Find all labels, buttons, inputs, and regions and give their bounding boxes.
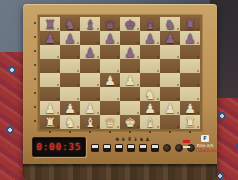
square-c3[interactable]: [80, 87, 100, 101]
square-g6[interactable]: [160, 45, 180, 59]
square-e4[interactable]: ♟: [120, 73, 140, 87]
file-led-a: [49, 131, 51, 133]
square-c6[interactable]: ♟: [80, 45, 100, 59]
brand-logo: F Elite A/S Challenger: [195, 135, 215, 159]
square-e8[interactable]: ♚: [120, 17, 140, 31]
square-e1[interactable]: ♚: [120, 115, 140, 129]
square-b2[interactable]: ♟: [60, 101, 80, 115]
logo-mark-icon: F: [201, 135, 209, 142]
square-e7[interactable]: [120, 31, 140, 45]
black-p-piece-b7: ♟: [64, 32, 76, 45]
black-k-piece-e8: ♚: [124, 18, 136, 31]
square-f3[interactable]: ♞: [140, 87, 160, 101]
black-n-piece-g8: ♞: [164, 18, 176, 31]
black-q-piece-d8: ♛: [104, 18, 116, 31]
led-clock-display: 0:00:35: [32, 137, 86, 157]
square-a8[interactable]: ♜: [40, 17, 60, 31]
chess-board: ♜♞♝♛♚♝♞♜♟♟♟♟♟♟♟♟♟♟♞♟♟♟♟♟♟♜♞♝♛♚♝♜: [40, 17, 200, 129]
square-b3[interactable]: [60, 87, 80, 101]
piece-key-4[interactable]: [127, 144, 135, 152]
black-n-piece-b8: ♞: [64, 18, 76, 31]
rank-led-7: [34, 36, 36, 38]
white-p-piece-b2: ♟: [64, 102, 76, 115]
square-c7[interactable]: [80, 31, 100, 45]
white-p-piece-c2: ♟: [84, 102, 96, 115]
black-b-piece-f8: ♝: [144, 18, 156, 31]
file-led-g: [169, 131, 171, 133]
square-c5[interactable]: [80, 59, 100, 73]
white-p-piece-h2: ♟: [184, 102, 196, 115]
square-d3[interactable]: [100, 87, 120, 101]
square-f5[interactable]: [140, 59, 160, 73]
file-led-d: [109, 131, 111, 133]
logo-name-text: Challenger: [195, 148, 215, 153]
black-p-piece-g7: ♟: [164, 32, 176, 45]
piece-key-1[interactable]: [91, 144, 99, 152]
clock-digits: 0:00:35: [37, 142, 82, 152]
rank-led-8: [34, 22, 36, 24]
square-f6[interactable]: [140, 45, 160, 59]
square-e3[interactable]: [120, 87, 140, 101]
square-g3[interactable]: [160, 87, 180, 101]
file-led-e: [129, 131, 131, 133]
square-h2[interactable]: ♟: [180, 101, 200, 115]
option-keys: ♚ ♛ ♜ ♝ ♞ ♟: [91, 136, 183, 158]
status-led-red: [183, 140, 190, 143]
file-led-h: [189, 131, 191, 133]
square-h3[interactable]: [180, 87, 200, 101]
photo-scene: ♜♞♝♛♚♝♞♜♟♟♟♟♟♟♟♟♟♟♞♟♟♟♟♟♟♜♞♝♛♚♝♜ 0:00:35…: [0, 0, 238, 180]
square-b1[interactable]: ♞: [60, 115, 80, 129]
key-row: [91, 144, 195, 152]
white-r-piece-a1: ♜: [44, 116, 56, 129]
square-d4[interactable]: ♟: [100, 73, 120, 87]
rank-led-1: [34, 120, 36, 122]
square-d1[interactable]: ♛: [100, 115, 120, 129]
black-p-piece-d7: ♟: [104, 32, 116, 45]
white-q-piece-d1: ♛: [104, 116, 116, 129]
square-c2[interactable]: ♟: [80, 101, 100, 115]
rank-led-2: [34, 106, 36, 108]
piece-key-6[interactable]: [151, 144, 159, 152]
square-b7[interactable]: ♟: [60, 31, 80, 45]
white-n-piece-f3: ♞: [144, 88, 156, 101]
square-c1[interactable]: ♝: [80, 115, 100, 129]
square-h1[interactable]: ♜: [180, 115, 200, 129]
file-led-c: [89, 131, 91, 133]
square-d2[interactable]: [100, 101, 120, 115]
square-f8[interactable]: ♝: [140, 17, 160, 31]
file-led-f: [149, 131, 151, 133]
square-a2[interactable]: ♟: [40, 101, 60, 115]
white-b-piece-f1: ♝: [144, 116, 156, 129]
rank-led-3: [34, 92, 36, 94]
black-p-piece-e6: ♟: [124, 46, 136, 59]
square-a1[interactable]: ♜: [40, 115, 60, 129]
white-p-piece-g2: ♟: [164, 102, 176, 115]
chess-computer: ♜♞♝♛♚♝♞♜♟♟♟♟♟♟♟♟♟♟♞♟♟♟♟♟♟♜♞♝♛♚♝♜ 0:00:35…: [23, 4, 217, 180]
square-h8[interactable]: ♜: [180, 17, 200, 31]
rank-led-5: [34, 64, 36, 66]
white-r-piece-h1: ♜: [184, 116, 196, 129]
square-d7[interactable]: ♟: [100, 31, 120, 45]
square-h7[interactable]: ♟: [180, 31, 200, 45]
square-d6[interactable]: [100, 45, 120, 59]
status-label-white: [183, 146, 190, 148]
square-f7[interactable]: ♟: [140, 31, 160, 45]
square-h6[interactable]: [180, 45, 200, 59]
control-panel: 0:00:35 ♚ ♛ ♜ ♝ ♞ ♟ F Elite A/S Challeng…: [23, 134, 217, 164]
piece-key-3[interactable]: [115, 144, 123, 152]
square-f2[interactable]: ♟: [140, 101, 160, 115]
wood-front-face: [23, 164, 217, 180]
black-p-piece-h7: ♟: [184, 32, 196, 45]
square-h4[interactable]: [180, 73, 200, 87]
black-p-piece-a7: ♟: [44, 32, 56, 45]
square-b8[interactable]: ♞: [60, 17, 80, 31]
round-key-7[interactable]: [163, 144, 171, 152]
square-b5[interactable]: [60, 59, 80, 73]
black-r-piece-h8: ♜: [184, 18, 196, 31]
square-c8[interactable]: ♝: [80, 17, 100, 31]
square-b6[interactable]: [60, 45, 80, 59]
square-b4[interactable]: [60, 73, 80, 87]
white-k-piece-e1: ♚: [124, 116, 136, 129]
white-p-piece-f2: ♟: [144, 102, 156, 115]
square-e6[interactable]: ♟: [120, 45, 140, 59]
square-h5[interactable]: [180, 59, 200, 73]
white-n-piece-b1: ♞: [64, 116, 76, 129]
square-e5[interactable]: [120, 59, 140, 73]
square-a7[interactable]: ♟: [40, 31, 60, 45]
piece-symbol-labels: ♚ ♛ ♜ ♝ ♞ ♟: [115, 136, 175, 142]
square-g7[interactable]: ♟: [160, 31, 180, 45]
square-g5[interactable]: [160, 59, 180, 73]
rank-led-4: [34, 78, 36, 80]
white-b-piece-c1: ♝: [84, 116, 96, 129]
square-a4[interactable]: [40, 73, 60, 87]
round-key-8[interactable]: [175, 144, 183, 152]
piece-key-2[interactable]: [103, 144, 111, 152]
square-g8[interactable]: ♞: [160, 17, 180, 31]
square-g4[interactable]: [160, 73, 180, 87]
white-p-piece-a2: ♟: [44, 102, 56, 115]
square-a3[interactable]: [40, 87, 60, 101]
black-r-piece-a8: ♜: [44, 18, 56, 31]
file-led-b: [69, 131, 71, 133]
square-g2[interactable]: ♟: [160, 101, 180, 115]
square-f1[interactable]: ♝: [140, 115, 160, 129]
white-p-piece-e4: ♟: [124, 74, 136, 87]
black-b-piece-c8: ♝: [84, 18, 96, 31]
black-p-piece-c6: ♟: [84, 46, 96, 59]
rank-led-6: [34, 50, 36, 52]
square-d5[interactable]: [100, 59, 120, 73]
square-c4[interactable]: [80, 73, 100, 87]
white-p-piece-d4: ♟: [104, 74, 116, 87]
black-p-piece-f7: ♟: [144, 32, 156, 45]
square-e2[interactable]: [120, 101, 140, 115]
square-f4[interactable]: [140, 73, 160, 87]
square-a5[interactable]: [40, 59, 60, 73]
square-d8[interactable]: ♛: [100, 17, 120, 31]
square-g1[interactable]: [160, 115, 180, 129]
piece-key-5[interactable]: [139, 144, 147, 152]
square-a6[interactable]: [40, 45, 60, 59]
